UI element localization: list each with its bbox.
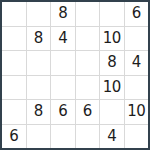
cell-r5c1[interactable] — [2, 100, 26, 124]
clue-number: 6 — [58, 104, 67, 119]
cell-r6c1[interactable]: 6 — [2, 125, 26, 149]
cell-r3c4[interactable] — [76, 51, 100, 75]
cell-r6c6[interactable] — [125, 125, 149, 149]
cell-r1c2[interactable] — [27, 2, 51, 26]
cell-r2c6[interactable] — [125, 27, 149, 51]
cell-r4c3[interactable] — [51, 76, 75, 100]
cell-r6c3[interactable] — [51, 125, 75, 149]
clue-number: 10 — [127, 104, 145, 119]
cell-r5c3[interactable]: 6 — [51, 100, 75, 124]
cell-r1c5[interactable] — [100, 2, 124, 26]
cell-r4c4[interactable] — [76, 76, 100, 100]
cell-r4c6[interactable] — [125, 76, 149, 100]
cell-r3c2[interactable] — [27, 51, 51, 75]
puzzle-board: 86841084108661064 — [0, 0, 150, 150]
cell-r4c5[interactable]: 10 — [100, 76, 124, 100]
cell-r2c1[interactable] — [2, 27, 26, 51]
cell-r5c4[interactable]: 6 — [76, 100, 100, 124]
cell-r2c3[interactable]: 4 — [51, 27, 75, 51]
cell-r3c6[interactable]: 4 — [125, 51, 149, 75]
cell-r2c4[interactable] — [76, 27, 100, 51]
cell-r2c2[interactable]: 8 — [27, 27, 51, 51]
cell-r5c2[interactable]: 8 — [27, 100, 51, 124]
cell-r6c5[interactable]: 4 — [100, 125, 124, 149]
clue-number: 6 — [83, 104, 92, 119]
clue-number: 10 — [103, 80, 121, 95]
cell-r6c4[interactable] — [76, 125, 100, 149]
cell-r3c1[interactable] — [2, 51, 26, 75]
cell-r4c1[interactable] — [2, 76, 26, 100]
clue-number: 8 — [34, 104, 43, 119]
cell-r4c2[interactable] — [27, 76, 51, 100]
cell-r2c5[interactable]: 10 — [100, 27, 124, 51]
cell-r1c6[interactable]: 6 — [125, 2, 149, 26]
clue-number: 4 — [58, 31, 67, 46]
clue-number: 6 — [9, 129, 18, 144]
clue-number: 8 — [58, 6, 67, 21]
cell-r1c4[interactable] — [76, 2, 100, 26]
clue-number: 10 — [103, 31, 121, 46]
clue-number: 4 — [107, 129, 116, 144]
clue-number: 4 — [132, 55, 141, 70]
clue-number: 8 — [34, 31, 43, 46]
cell-r3c3[interactable] — [51, 51, 75, 75]
cell-r3c5[interactable]: 8 — [100, 51, 124, 75]
clue-number: 8 — [107, 55, 116, 70]
cell-r6c2[interactable] — [27, 125, 51, 149]
cell-r5c5[interactable] — [100, 100, 124, 124]
cell-r1c1[interactable] — [2, 2, 26, 26]
cell-r1c3[interactable]: 8 — [51, 2, 75, 26]
clue-number: 6 — [132, 6, 141, 21]
cell-r5c6[interactable]: 10 — [125, 100, 149, 124]
